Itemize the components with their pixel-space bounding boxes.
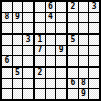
- sudoku-board: 89642336179552689: [0, 0, 101, 101]
- cell-r4c5-empty[interactable]: [46, 35, 56, 45]
- cell-r5c1-empty[interactable]: [2, 46, 12, 56]
- cell-r5c2-empty[interactable]: [13, 46, 23, 56]
- cell-r6c6-empty[interactable]: [56, 56, 66, 66]
- cell-r4c3-given-3: 3: [23, 35, 33, 45]
- cell-r2c4-empty[interactable]: [35, 13, 45, 23]
- cell-r9c3-empty[interactable]: [23, 89, 33, 99]
- cell-r9c8-given-9: 9: [79, 89, 89, 99]
- cell-r9c9-empty[interactable]: [89, 89, 99, 99]
- cell-r9c7-empty[interactable]: [68, 89, 78, 99]
- cell-r3c9-empty[interactable]: [89, 23, 99, 33]
- cell-r3c2-empty[interactable]: [13, 23, 23, 33]
- cell-r7c4-given-2: 2: [35, 68, 45, 78]
- cell-r9c2-empty[interactable]: [13, 89, 23, 99]
- cell-r2c9-empty[interactable]: [89, 13, 99, 23]
- cell-r2c2-given-9: 9: [13, 13, 23, 23]
- cell-r8c1-empty[interactable]: [2, 79, 12, 89]
- cell-r1c4-empty[interactable]: [35, 2, 45, 12]
- cell-r9c5-empty[interactable]: [46, 89, 56, 99]
- cell-r6c4-empty[interactable]: [35, 56, 45, 66]
- cell-r9c1-empty[interactable]: [2, 89, 12, 99]
- cell-r8c7-given-6: 6: [68, 79, 78, 89]
- cell-r6c9-empty[interactable]: [89, 56, 99, 66]
- cell-r7c3-empty[interactable]: [23, 68, 33, 78]
- cell-r3c5-empty[interactable]: [46, 23, 56, 33]
- cell-r2c1-given-8: 8: [2, 13, 12, 23]
- cell-r1c5-given-6: 6: [46, 2, 56, 12]
- cell-r4c7-given-5: 5: [68, 35, 78, 45]
- cell-r2c5-given-4: 4: [46, 13, 56, 23]
- cell-r7c5-empty[interactable]: [46, 68, 56, 78]
- cell-r5c9-empty[interactable]: [89, 46, 99, 56]
- cell-r7c9-empty[interactable]: [89, 68, 99, 78]
- cell-r5c6-given-9: 9: [56, 46, 66, 56]
- cell-r7c2-given-5: 5: [13, 68, 23, 78]
- cell-r8c8-given-8: 8: [79, 79, 89, 89]
- cell-r6c5-empty[interactable]: [46, 56, 56, 66]
- cell-r6c2-empty[interactable]: [13, 56, 23, 66]
- sudoku-box-2: 64: [35, 2, 66, 33]
- cell-r2c7-empty[interactable]: [68, 13, 78, 23]
- cell-r3c4-empty[interactable]: [35, 23, 45, 33]
- sudoku-box-1: 89: [2, 2, 33, 33]
- cell-r8c6-empty[interactable]: [56, 79, 66, 89]
- cell-r3c6-empty[interactable]: [56, 23, 66, 33]
- cell-r6c7-empty[interactable]: [68, 56, 78, 66]
- sudoku-puzzle: 89642336179552689: [0, 0, 101, 101]
- cell-r3c1-empty[interactable]: [2, 23, 12, 33]
- cell-r4c2-empty[interactable]: [13, 35, 23, 45]
- cell-r4c8-empty[interactable]: [79, 35, 89, 45]
- cell-r1c1-empty[interactable]: [2, 2, 12, 12]
- cell-r8c2-empty[interactable]: [13, 79, 23, 89]
- cell-r1c7-given-2: 2: [68, 2, 78, 12]
- cell-r9c6-empty[interactable]: [56, 89, 66, 99]
- cell-r4c1-empty[interactable]: [2, 35, 12, 45]
- cell-r6c3-empty[interactable]: [23, 56, 33, 66]
- sudoku-box-4: 36: [2, 35, 33, 66]
- cell-r4c6-empty[interactable]: [56, 35, 66, 45]
- cell-r5c3-empty[interactable]: [23, 46, 33, 56]
- cell-r7c6-empty[interactable]: [56, 68, 66, 78]
- cell-r4c9-empty[interactable]: [89, 35, 99, 45]
- cell-r5c5-empty[interactable]: [46, 46, 56, 56]
- sudoku-box-9: 689: [68, 68, 99, 99]
- cell-r1c3-empty[interactable]: [23, 2, 33, 12]
- cell-r3c3-empty[interactable]: [23, 23, 33, 33]
- cell-r2c3-empty[interactable]: [23, 13, 33, 23]
- sudoku-box-6: 5: [68, 35, 99, 66]
- cell-r6c1-given-6: 6: [2, 56, 12, 66]
- cell-r2c8-empty[interactable]: [79, 13, 89, 23]
- cell-r7c1-empty[interactable]: [2, 68, 12, 78]
- cell-r5c4-given-7: 7: [35, 46, 45, 56]
- cell-r8c5-empty[interactable]: [46, 79, 56, 89]
- cell-r9c4-empty[interactable]: [35, 89, 45, 99]
- cell-r5c8-empty[interactable]: [79, 46, 89, 56]
- cell-r5c7-empty[interactable]: [68, 46, 78, 56]
- cell-r6c8-empty[interactable]: [79, 56, 89, 66]
- cell-r8c9-empty[interactable]: [89, 79, 99, 89]
- cell-r7c7-empty[interactable]: [68, 68, 78, 78]
- cell-r1c8-empty[interactable]: [79, 2, 89, 12]
- cell-r7c8-empty[interactable]: [79, 68, 89, 78]
- sudoku-box-3: 23: [68, 2, 99, 33]
- cell-r8c4-empty[interactable]: [35, 79, 45, 89]
- cell-r3c7-empty[interactable]: [68, 23, 78, 33]
- cell-r3c8-empty[interactable]: [79, 23, 89, 33]
- sudoku-box-5: 179: [35, 35, 66, 66]
- cell-r4c4-given-1: 1: [35, 35, 45, 45]
- sudoku-box-7: 5: [2, 68, 33, 99]
- cell-r8c3-empty[interactable]: [23, 79, 33, 89]
- sudoku-box-8: 2: [35, 68, 66, 99]
- cell-r1c9-given-3: 3: [89, 2, 99, 12]
- cell-r1c2-empty[interactable]: [13, 2, 23, 12]
- cell-r2c6-empty[interactable]: [56, 13, 66, 23]
- cell-r1c6-empty[interactable]: [56, 2, 66, 12]
